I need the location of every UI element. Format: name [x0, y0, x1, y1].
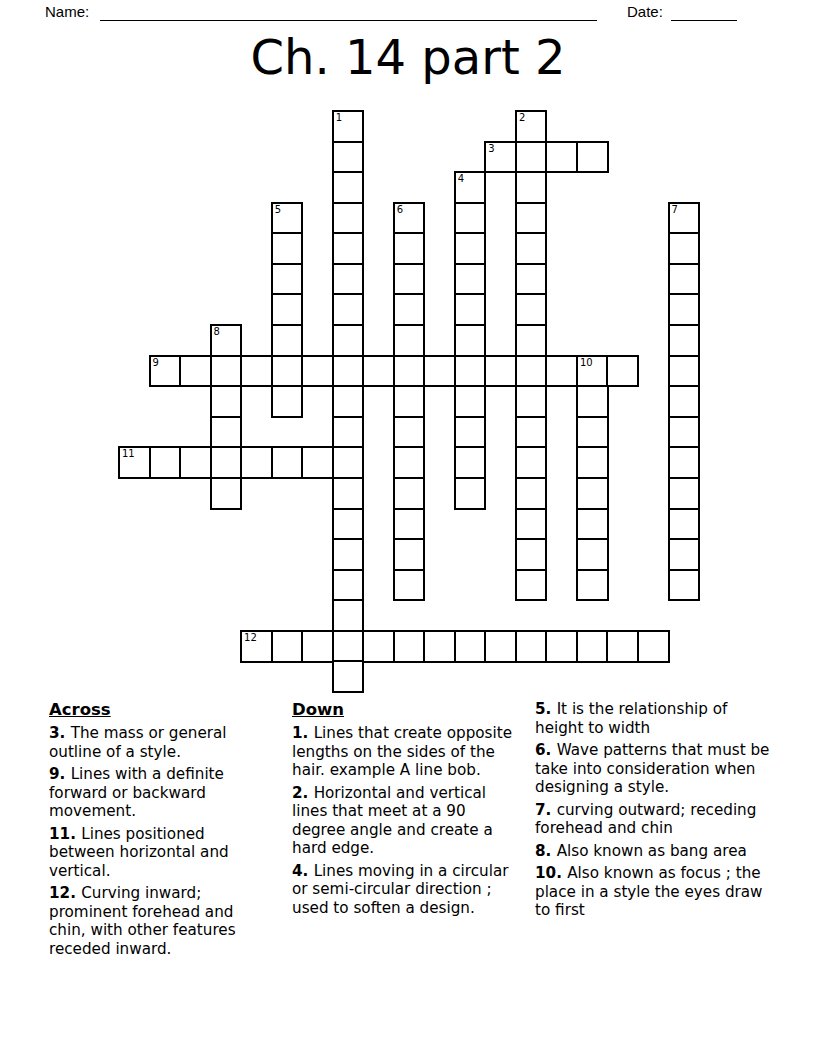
clue-down-8: 8. Also known as bang area	[535, 842, 775, 861]
page-title: Ch. 14 part 2	[0, 33, 816, 81]
grid-cell-r17-c11[interactable]	[454, 630, 487, 663]
grid-cell-r13-c13[interactable]	[515, 508, 548, 541]
grid-cell-r0-c13[interactable]: 2	[515, 110, 548, 143]
grid-cell-r11-c9[interactable]	[393, 446, 426, 479]
grid-cell-r8-c2[interactable]	[179, 355, 212, 388]
clue-number-6: 6	[397, 204, 403, 216]
grid-cell-r12-c9[interactable]	[393, 477, 426, 510]
grid-cell-r8-c13[interactable]	[515, 355, 548, 388]
grid-cell-r11-c5[interactable]	[271, 446, 304, 479]
grid-cell-r3-c9[interactable]: 6	[393, 202, 426, 235]
clue-across-12: 12. Curving inward; prominent forehead a…	[49, 884, 263, 958]
grid-cell-r10-c11[interactable]	[454, 416, 487, 449]
grid-cell-r8-c5[interactable]	[271, 355, 304, 388]
grid-cell-r11-c2[interactable]	[179, 446, 212, 479]
grid-cell-r10-c9[interactable]	[393, 416, 426, 449]
grid-cell-r17-c16[interactable]	[606, 630, 639, 663]
grid-cell-r8-c15[interactable]: 10	[576, 355, 609, 388]
grid-cell-r1-c12[interactable]: 3	[484, 141, 517, 174]
clue-down-10-number: 10.	[535, 864, 567, 882]
clue-down-2-number: 2.	[292, 784, 314, 802]
grid-cell-r5-c13[interactable]	[515, 263, 548, 296]
grid-cell-r7-c13[interactable]	[515, 324, 548, 357]
clues-column-down: Down1. Lines that create opposite length…	[292, 700, 521, 921]
grid-cell-r9-c3[interactable]	[210, 385, 243, 418]
clue-number-7: 7	[672, 204, 678, 216]
grid-cell-r15-c18[interactable]	[668, 569, 701, 602]
grid-cell-r3-c5[interactable]: 5	[271, 202, 304, 235]
grid-cell-r17-c9[interactable]	[393, 630, 426, 663]
grid-cell-r18-c7[interactable]	[332, 660, 365, 693]
clue-down-8-number: 8.	[535, 842, 557, 860]
clue-down-7-number: 7.	[535, 801, 557, 819]
clue-number-11: 11	[122, 448, 135, 460]
clue-across-9: 9. Lines with a definite forward or back…	[49, 765, 263, 821]
clue-number-5: 5	[275, 204, 281, 216]
grid-cell-r15-c7[interactable]	[332, 569, 365, 602]
clue-down-1-number: 1.	[292, 724, 314, 742]
date-blank-line[interactable]	[671, 20, 737, 21]
clue-across-3-number: 3.	[49, 724, 71, 742]
clue-down-6-number: 6.	[535, 741, 557, 759]
grid-cell-r11-c15[interactable]	[576, 446, 609, 479]
clues-heading-across: Across	[49, 700, 263, 719]
grid-cell-r14-c13[interactable]	[515, 538, 548, 571]
grid-cell-r7-c7[interactable]	[332, 324, 365, 357]
grid-cell-r17-c5[interactable]	[271, 630, 304, 663]
grid-cell-r12-c18[interactable]	[668, 477, 701, 510]
grid-cell-r8-c7[interactable]	[332, 355, 365, 388]
grid-cell-r7-c5[interactable]	[271, 324, 304, 357]
grid-cell-r5-c5[interactable]	[271, 263, 304, 296]
grid-cell-r6-c11[interactable]	[454, 293, 487, 326]
grid-cell-r9-c7[interactable]	[332, 385, 365, 418]
grid-cell-r10-c3[interactable]	[210, 416, 243, 449]
grid-cell-r11-c13[interactable]	[515, 446, 548, 479]
grid-cell-r4-c13[interactable]	[515, 232, 548, 265]
grid-cell-r4-c7[interactable]	[332, 232, 365, 265]
clue-across-9-number: 9.	[49, 765, 71, 783]
grid-cell-r17-c17[interactable]	[637, 630, 670, 663]
grid-cell-r17-c15[interactable]	[576, 630, 609, 663]
grid-cell-r14-c18[interactable]	[668, 538, 701, 571]
grid-cell-r12-c11[interactable]	[454, 477, 487, 510]
grid-cell-r8-c18[interactable]	[668, 355, 701, 388]
clues-column-down-continued: 5. It is the relationship of height to w…	[535, 700, 775, 924]
grid-cell-r2-c7[interactable]	[332, 171, 365, 204]
grid-cell-r5-c18[interactable]	[668, 263, 701, 296]
clue-number-4: 4	[458, 173, 464, 185]
grid-cell-r5-c9[interactable]	[393, 263, 426, 296]
clues-column-across: Across3. The mass or general outline of …	[49, 700, 263, 962]
grid-cell-r17-c8[interactable]	[362, 630, 395, 663]
grid-cell-r9-c18[interactable]	[668, 385, 701, 418]
clue-down-2: 2. Horizontal and vertical lines that me…	[292, 784, 521, 858]
grid-cell-r17-c12[interactable]	[484, 630, 517, 663]
grid-cell-r5-c7[interactable]	[332, 263, 365, 296]
clue-down-4-number: 4.	[292, 862, 314, 880]
grid-cell-r17-c6[interactable]	[301, 630, 334, 663]
grid-cell-r4-c5[interactable]	[271, 232, 304, 265]
grid-cell-r3-c13[interactable]	[515, 202, 548, 235]
grid-cell-r8-c10[interactable]	[423, 355, 456, 388]
grid-cell-r3-c11[interactable]	[454, 202, 487, 235]
clue-number-8: 8	[214, 326, 220, 338]
grid-cell-r15-c13[interactable]	[515, 569, 548, 602]
grid-cell-r8-c6[interactable]	[301, 355, 334, 388]
grid-cell-r1-c15[interactable]	[576, 141, 609, 174]
grid-cell-r8-c3[interactable]	[210, 355, 243, 388]
grid-cell-r0-c7[interactable]: 1	[332, 110, 365, 143]
grid-cell-r15-c9[interactable]	[393, 569, 426, 602]
grid-cell-r4-c18[interactable]	[668, 232, 701, 265]
grid-cell-r8-c4[interactable]	[240, 355, 273, 388]
clue-across-3: 3. The mass or general outline of a styl…	[49, 724, 263, 761]
clue-down-1: 1. Lines that create opposite lengths on…	[292, 724, 521, 780]
grid-cell-r8-c14[interactable]	[545, 355, 578, 388]
grid-cell-r10-c13[interactable]	[515, 416, 548, 449]
grid-cell-r9-c5[interactable]	[271, 385, 304, 418]
date-label: Date:	[627, 3, 663, 20]
grid-cell-r2-c13[interactable]	[515, 171, 548, 204]
grid-cell-r9-c15[interactable]	[576, 385, 609, 418]
grid-cell-r17-c10[interactable]	[423, 630, 456, 663]
grid-cell-r8-c16[interactable]	[606, 355, 639, 388]
grid-cell-r13-c9[interactable]	[393, 508, 426, 541]
grid-cell-r1-c7[interactable]	[332, 141, 365, 174]
grid-cell-r7-c3[interactable]: 8	[210, 324, 243, 357]
grid-cell-r6-c5[interactable]	[271, 293, 304, 326]
grid-cell-r8-c9[interactable]	[393, 355, 426, 388]
grid-cell-r14-c9[interactable]	[393, 538, 426, 571]
clue-number-3: 3	[488, 143, 494, 155]
grid-cell-r17-c13[interactable]	[515, 630, 548, 663]
grid-cell-r14-c15[interactable]	[576, 538, 609, 571]
grid-cell-r4-c9[interactable]	[393, 232, 426, 265]
grid-cell-r12-c3[interactable]	[210, 477, 243, 510]
grid-cell-r3-c7[interactable]	[332, 202, 365, 235]
grid-cell-r8-c8[interactable]	[362, 355, 395, 388]
grid-cell-r6-c13[interactable]	[515, 293, 548, 326]
grid-cell-r11-c3[interactable]	[210, 446, 243, 479]
clue-number-10: 10	[580, 357, 593, 369]
clue-number-2: 2	[519, 112, 525, 124]
clue-down-4: 4. Lines moving in a circular or semi-ci…	[292, 862, 521, 918]
grid-cell-r11-c6[interactable]	[301, 446, 334, 479]
clue-down-7: 7. curving outward; receding forehead an…	[535, 801, 775, 838]
clue-down-6: 6. Wave patterns that must be take into …	[535, 741, 775, 797]
grid-cell-r17-c7[interactable]	[332, 630, 365, 663]
clue-down-5-number: 5.	[535, 700, 557, 718]
grid-cell-r7-c9[interactable]	[393, 324, 426, 357]
grid-cell-r11-c1[interactable]	[149, 446, 182, 479]
grid-cell-r17-c14[interactable]	[545, 630, 578, 663]
grid-cell-r8-c1[interactable]: 9	[149, 355, 182, 388]
grid-cell-r8-c11[interactable]	[454, 355, 487, 388]
clue-number-9: 9	[153, 357, 159, 369]
grid-cell-r10-c7[interactable]	[332, 416, 365, 449]
grid-cell-r11-c0[interactable]: 11	[118, 446, 151, 479]
clue-down-10: 10. Also known as focus ; the place in a…	[535, 864, 775, 920]
grid-cell-r2-c11[interactable]: 4	[454, 171, 487, 204]
grid-cell-r13-c15[interactable]	[576, 508, 609, 541]
grid-cell-r1-c14[interactable]	[545, 141, 578, 174]
grid-cell-r7-c18[interactable]	[668, 324, 701, 357]
grid-cell-r6-c18[interactable]	[668, 293, 701, 326]
grid-cell-r9-c9[interactable]	[393, 385, 426, 418]
grid-cell-r1-c13[interactable]	[515, 141, 548, 174]
grid-cell-r13-c7[interactable]	[332, 508, 365, 541]
grid-cell-r3-c18[interactable]: 7	[668, 202, 701, 235]
grid-cell-r16-c7[interactable]	[332, 599, 365, 632]
clue-down-5: 5. It is the relationship of height to w…	[535, 700, 775, 737]
grid-cell-r4-c11[interactable]	[454, 232, 487, 265]
clue-across-12-number: 12.	[49, 884, 81, 902]
clue-number-1: 1	[336, 112, 342, 124]
grid-cell-r11-c18[interactable]	[668, 446, 701, 479]
grid-cell-r12-c15[interactable]	[576, 477, 609, 510]
grid-cell-r6-c9[interactable]	[393, 293, 426, 326]
clue-number-12: 12	[244, 632, 257, 644]
grid-cell-r11-c4[interactable]	[240, 446, 273, 479]
name-blank-line[interactable]	[100, 20, 597, 21]
clue-across-11-number: 11.	[49, 825, 81, 843]
grid-cell-r9-c11[interactable]	[454, 385, 487, 418]
grid-cell-r12-c7[interactable]	[332, 477, 365, 510]
grid-cell-r11-c7[interactable]	[332, 446, 365, 479]
grid-cell-r17-c4[interactable]: 12	[240, 630, 273, 663]
clue-across-11: 11. Lines positioned between horizontal …	[49, 825, 263, 881]
grid-cell-r15-c15[interactable]	[576, 569, 609, 602]
grid-cell-r13-c18[interactable]	[668, 508, 701, 541]
grid-cell-r10-c18[interactable]	[668, 416, 701, 449]
grid-cell-r14-c7[interactable]	[332, 538, 365, 571]
grid-cell-r10-c15[interactable]	[576, 416, 609, 449]
grid-cell-r5-c11[interactable]	[454, 263, 487, 296]
crossword-grid: 123456789101112	[118, 110, 701, 694]
grid-cell-r7-c11[interactable]	[454, 324, 487, 357]
name-label: Name:	[45, 3, 89, 20]
grid-cell-r11-c11[interactable]	[454, 446, 487, 479]
grid-cell-r9-c13[interactable]	[515, 385, 548, 418]
grid-cell-r8-c12[interactable]	[484, 355, 517, 388]
clues-heading-down: Down	[292, 700, 521, 719]
grid-cell-r6-c7[interactable]	[332, 293, 365, 326]
grid-cell-r12-c13[interactable]	[515, 477, 548, 510]
